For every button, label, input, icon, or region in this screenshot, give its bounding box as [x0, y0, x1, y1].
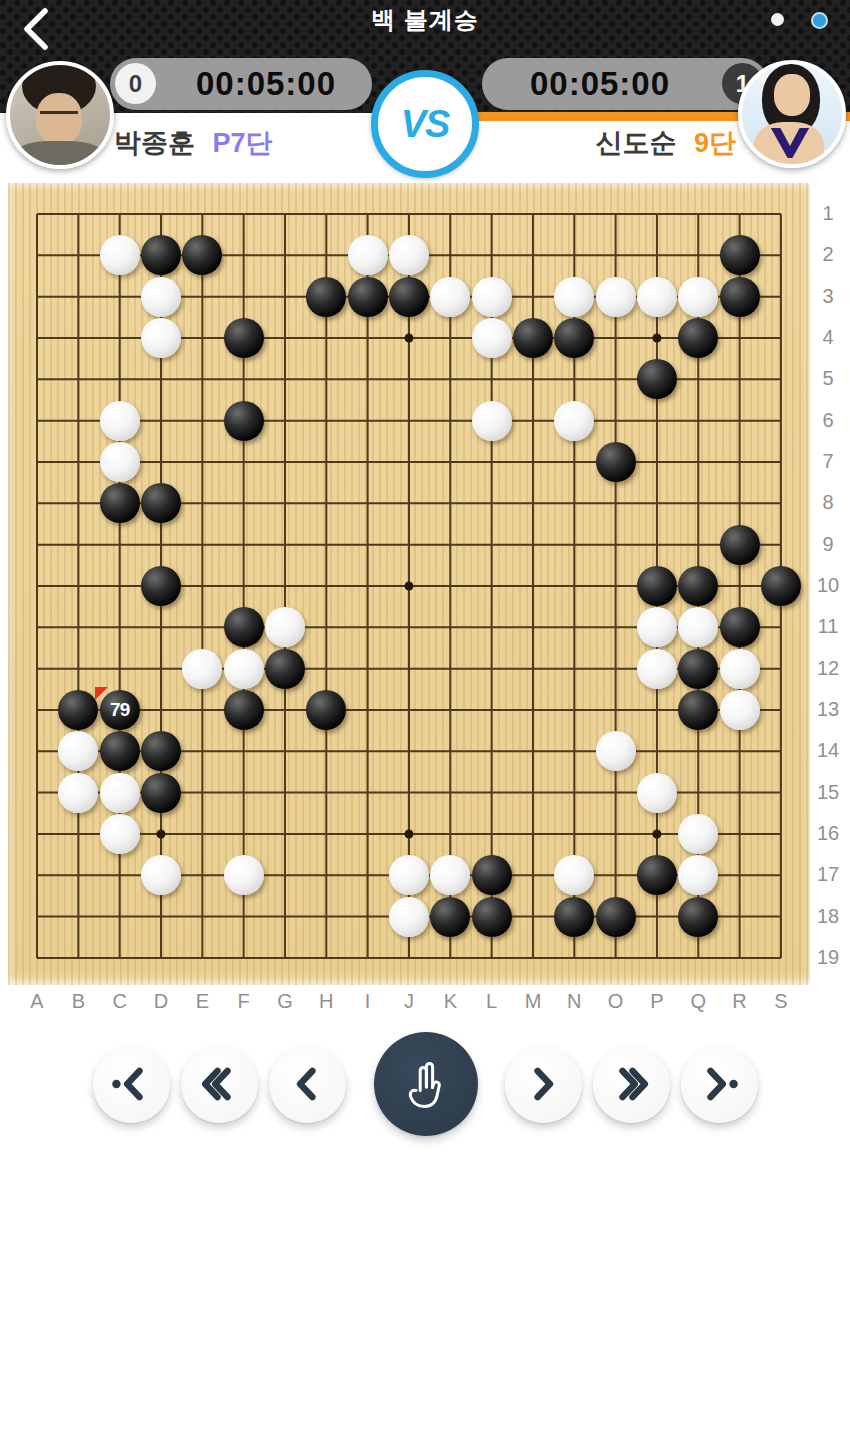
col-label-C: C [105, 990, 135, 1013]
col-label-D: D [146, 990, 176, 1013]
avatar-face [774, 74, 810, 116]
stone-white-E12 [182, 649, 222, 689]
stone-white-P11 [637, 607, 677, 647]
black-player-name: 박종훈 [114, 128, 195, 158]
skip-forward-button[interactable] [593, 1046, 670, 1123]
stone-white-K3 [430, 277, 470, 317]
row-label-2: 2 [809, 243, 847, 266]
stone-black-L17 [472, 855, 512, 895]
stone-white-I2 [348, 235, 388, 275]
stone-white-B15 [58, 773, 98, 813]
row-label-14: 14 [809, 739, 847, 762]
stone-black-I3 [348, 277, 388, 317]
white-player-name: 신도순 [595, 128, 676, 158]
stone-black-P5 [637, 359, 677, 399]
col-label-J: J [394, 990, 424, 1013]
row-label-17: 17 [809, 863, 847, 886]
avatar-glasses [40, 111, 78, 122]
stone-black-O7 [596, 442, 636, 482]
stone-black-H3 [306, 277, 346, 317]
stone-white-O3 [596, 277, 636, 317]
stone-white-F12 [224, 649, 264, 689]
step-back-button[interactable] [269, 1046, 346, 1123]
black-capture-badge: 0 [115, 63, 156, 104]
star-point [404, 581, 413, 590]
col-label-L: L [477, 990, 507, 1013]
col-label-P: P [642, 990, 672, 1013]
star-point [156, 829, 165, 838]
col-label-S: S [766, 990, 796, 1013]
col-label-Q: Q [683, 990, 713, 1013]
chevron-left-icon [284, 1061, 330, 1107]
goban[interactable]: 79 [8, 183, 810, 985]
row-label-16: 16 [809, 822, 847, 845]
chevron-right-icon [520, 1061, 566, 1107]
stone-black-G12 [265, 649, 305, 689]
double-chevron-right-icon [608, 1061, 654, 1107]
stone-black-D10 [141, 566, 181, 606]
stone-white-R12 [720, 649, 760, 689]
black-player-rank: P7단 [213, 128, 273, 158]
stone-white-J18 [389, 897, 429, 937]
col-label-F: F [229, 990, 259, 1013]
star-point [652, 333, 661, 342]
row-label-9: 9 [809, 533, 847, 556]
stone-black-F4 [224, 318, 264, 358]
chevron-right-dot-icon [696, 1061, 742, 1107]
stone-black-R3 [720, 277, 760, 317]
stone-black-N18 [554, 897, 594, 937]
stone-black-K18 [430, 897, 470, 937]
row-label-7: 7 [809, 450, 847, 473]
stone-black-C8 [100, 483, 140, 523]
stone-black-M4 [513, 318, 553, 358]
stone-white-P3 [637, 277, 677, 317]
col-label-A: A [22, 990, 52, 1013]
hand-icon [396, 1054, 456, 1114]
stone-white-C7 [100, 442, 140, 482]
col-label-N: N [559, 990, 589, 1013]
place-stone-button[interactable] [374, 1032, 478, 1136]
row-label-6: 6 [809, 409, 847, 432]
row-label-5: 5 [809, 367, 847, 390]
stone-white-L3 [472, 277, 512, 317]
black-timer-pill: 0 00:05:00 [110, 58, 372, 110]
move-number: 79 [110, 699, 129, 721]
col-label-I: I [353, 990, 383, 1013]
stone-white-C6 [100, 401, 140, 441]
stone-black-Q18 [678, 897, 718, 937]
stone-white-N3 [554, 277, 594, 317]
stone-white-O14 [596, 731, 636, 771]
stone-black-L18 [472, 897, 512, 937]
chevron-left-dot-icon [108, 1061, 154, 1107]
result-title: 백 불계승 [0, 4, 850, 36]
stone-white-C15 [100, 773, 140, 813]
col-label-M: M [518, 990, 548, 1013]
white-timer-pill: 00:05:00 1 [482, 58, 768, 110]
double-chevron-left-icon [196, 1061, 242, 1107]
stone-white-D3 [141, 277, 181, 317]
stone-black-Q12 [678, 649, 718, 689]
stone-black-J3 [389, 277, 429, 317]
stone-black-C13: 79 [100, 690, 140, 730]
stone-black-R2 [720, 235, 760, 275]
stone-black-D15 [141, 773, 181, 813]
row-label-1: 1 [809, 202, 847, 225]
stone-black-P17 [637, 855, 677, 895]
go-to-start-button[interactable] [93, 1046, 170, 1123]
stone-white-D4 [141, 318, 181, 358]
skip-back-button[interactable] [181, 1046, 258, 1123]
black-player-name-row: 박종훈 P7단 [114, 126, 273, 160]
row-label-10: 10 [809, 574, 847, 597]
stone-white-Q16 [678, 814, 718, 854]
col-label-E: E [187, 990, 217, 1013]
last-move-marker-icon [95, 687, 108, 700]
stone-white-P12 [637, 649, 677, 689]
star-point [404, 333, 413, 342]
white-time: 00:05:00 [500, 58, 700, 110]
white-player-avatar [738, 60, 846, 168]
stone-black-F6 [224, 401, 264, 441]
row-label-4: 4 [809, 326, 847, 349]
stone-black-P10 [637, 566, 677, 606]
row-label-15: 15 [809, 781, 847, 804]
stone-white-L6 [472, 401, 512, 441]
stone-black-R11 [720, 607, 760, 647]
stone-white-N6 [554, 401, 594, 441]
white-player-rank: 9단 [694, 128, 736, 158]
stone-black-O18 [596, 897, 636, 937]
app-screen: 백 불계승 0 00:05:00 박종훈 P7단 00:05:00 1 신도순 … [0, 0, 850, 1430]
go-to-end-button[interactable] [681, 1046, 758, 1123]
row-label-19: 19 [809, 946, 847, 969]
page-dot-active-icon[interactable] [811, 12, 828, 29]
stone-black-F13 [224, 690, 264, 730]
stone-white-F17 [224, 855, 264, 895]
avatar-body [14, 141, 104, 169]
row-label-3: 3 [809, 285, 847, 308]
vs-badge: VS [371, 70, 479, 178]
col-label-K: K [435, 990, 465, 1013]
black-time: 00:05:00 [168, 58, 364, 110]
star-point [404, 829, 413, 838]
row-label-11: 11 [809, 615, 847, 638]
row-label-18: 18 [809, 905, 847, 928]
stone-black-C14 [100, 731, 140, 771]
stone-white-C16 [100, 814, 140, 854]
vs-label: VS [401, 103, 450, 146]
stone-black-R9 [720, 525, 760, 565]
stone-black-F11 [224, 607, 264, 647]
col-label-B: B [63, 990, 93, 1013]
page-dot-icon[interactable] [771, 13, 784, 26]
black-player-avatar [6, 61, 114, 169]
stone-white-R13 [720, 690, 760, 730]
col-label-G: G [270, 990, 300, 1013]
row-label-13: 13 [809, 698, 847, 721]
step-forward-button[interactable] [505, 1046, 582, 1123]
row-label-8: 8 [809, 491, 847, 514]
white-player-name-row: 신도순 9단 [595, 126, 736, 160]
col-label-R: R [725, 990, 755, 1013]
stone-white-P15 [637, 773, 677, 813]
col-label-O: O [601, 990, 631, 1013]
stone-black-S10 [761, 566, 801, 606]
col-label-H: H [311, 990, 341, 1013]
stone-white-L4 [472, 318, 512, 358]
star-point [652, 829, 661, 838]
stone-white-C2 [100, 235, 140, 275]
row-label-12: 12 [809, 657, 847, 680]
stone-white-Q3 [678, 277, 718, 317]
